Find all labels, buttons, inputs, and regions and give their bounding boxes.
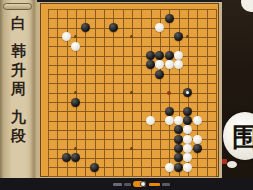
black-stone[interactable] xyxy=(146,51,155,60)
white-stone[interactable] xyxy=(183,153,192,162)
toggle-knob xyxy=(140,181,146,187)
white-stone[interactable] xyxy=(165,60,174,69)
white-stone[interactable] xyxy=(155,60,164,69)
player-info-scroll-panel: 白 韩 升 周 九 段 xyxy=(0,0,37,178)
black-stone[interactable] xyxy=(183,88,192,97)
player-name-char-2: 升 xyxy=(0,61,37,80)
black-stone[interactable] xyxy=(71,98,80,107)
black-stone[interactable] xyxy=(155,70,164,79)
danmaku-toggle[interactable] xyxy=(133,181,146,187)
black-stone[interactable] xyxy=(174,153,183,162)
go-board[interactable] xyxy=(40,3,219,177)
black-stone[interactable] xyxy=(174,144,183,153)
black-stone[interactable] xyxy=(183,107,192,116)
top-edge-line xyxy=(0,0,253,2)
player-info-text: 白 韩 升 周 九 段 xyxy=(0,14,37,146)
player-bar-time-text xyxy=(113,183,122,186)
black-stone[interactable] xyxy=(165,107,174,116)
black-stone[interactable] xyxy=(183,116,192,125)
white-stone[interactable] xyxy=(183,125,192,134)
black-stone[interactable] xyxy=(174,32,183,41)
white-stone[interactable] xyxy=(71,42,80,51)
black-stone[interactable] xyxy=(174,125,183,134)
white-stone[interactable] xyxy=(183,144,192,153)
white-stone[interactable] xyxy=(165,116,174,125)
white-stone[interactable] xyxy=(174,51,183,60)
white-stone[interactable] xyxy=(183,163,192,172)
player-name-char-3: 周 xyxy=(0,80,37,99)
grid-line-vertical xyxy=(207,9,208,176)
scroll-cap-decoration xyxy=(3,3,32,10)
right-side-panel: 围 xyxy=(222,0,253,178)
grid-line-vertical xyxy=(141,9,142,176)
weiqi-logo-character: 围 xyxy=(227,120,253,155)
black-stone[interactable] xyxy=(165,51,174,60)
white-stone[interactable] xyxy=(174,60,183,69)
black-stone[interactable] xyxy=(165,14,174,23)
grid-line-vertical xyxy=(160,9,161,176)
black-stone[interactable] xyxy=(174,163,183,172)
rank-char-2: 段 xyxy=(0,127,37,146)
stone-color-label: 白 xyxy=(0,14,37,33)
white-stone[interactable] xyxy=(165,163,174,172)
black-stone[interactable] xyxy=(62,153,71,162)
white-stone[interactable] xyxy=(62,32,71,41)
player-bar-right-text xyxy=(162,183,170,186)
rank-char-1: 九 xyxy=(0,108,37,127)
white-stone[interactable] xyxy=(146,116,155,125)
player-bar-time-text-2 xyxy=(124,183,131,186)
logo-red-seal xyxy=(222,159,227,164)
logo-small-stone xyxy=(227,161,237,168)
black-stone[interactable] xyxy=(174,135,183,144)
red-dot-marker xyxy=(167,91,171,95)
white-stone[interactable] xyxy=(183,135,192,144)
black-stone[interactable] xyxy=(193,144,202,153)
black-stone[interactable] xyxy=(90,163,99,172)
weiqi-logo-stone: 围 xyxy=(223,112,253,160)
player-bar-orange-text xyxy=(149,183,160,186)
white-stone[interactable] xyxy=(193,116,202,125)
grid-line-vertical xyxy=(151,9,152,176)
grid-line-vertical xyxy=(216,9,217,176)
black-stone[interactable] xyxy=(155,51,164,60)
black-stone[interactable] xyxy=(81,23,90,32)
corner-logo-sliver xyxy=(241,0,253,12)
video-player-bar[interactable] xyxy=(0,178,253,190)
last-move-marker xyxy=(186,91,189,94)
white-stone[interactable] xyxy=(155,23,164,32)
white-stone[interactable] xyxy=(174,116,183,125)
black-stone[interactable] xyxy=(146,60,155,69)
black-stone[interactable] xyxy=(109,23,118,32)
player-name-char-1: 韩 xyxy=(0,42,37,61)
black-stone[interactable] xyxy=(71,153,80,162)
white-stone[interactable] xyxy=(193,135,202,144)
